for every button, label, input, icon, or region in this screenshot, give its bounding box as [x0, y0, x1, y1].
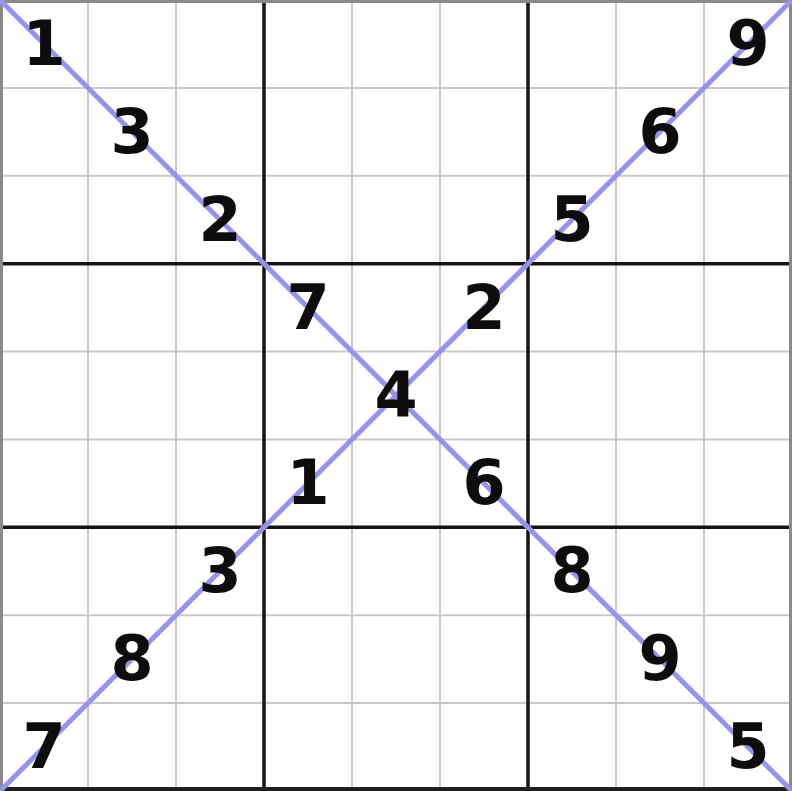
- cell-r4c4[interactable]: 7: [264, 264, 352, 352]
- cell-r5c9[interactable]: [704, 352, 792, 440]
- given-digit: 8: [110, 628, 153, 690]
- cell-r2c8[interactable]: 6: [616, 88, 704, 176]
- cell-r2c3[interactable]: [176, 88, 264, 176]
- cell-r8c4[interactable]: [264, 615, 352, 703]
- cell-r2c1[interactable]: [0, 88, 88, 176]
- cell-r2c7[interactable]: [528, 88, 616, 176]
- cell-r6c2[interactable]: [88, 439, 176, 527]
- cell-r1c8[interactable]: [616, 0, 704, 88]
- cell-r3c8[interactable]: [616, 176, 704, 264]
- cell-r8c8[interactable]: 9: [616, 615, 704, 703]
- cell-r1c4[interactable]: [264, 0, 352, 88]
- cell-r1c6[interactable]: [440, 0, 528, 88]
- cell-r2c9[interactable]: [704, 88, 792, 176]
- given-digit: 1: [286, 452, 329, 514]
- cell-r9c6[interactable]: [440, 703, 528, 791]
- cell-r7c8[interactable]: [616, 527, 704, 615]
- given-digit: 3: [110, 101, 153, 163]
- sudoku-grid: 19362572416388975: [0, 0, 792, 791]
- cell-r8c9[interactable]: [704, 615, 792, 703]
- cell-r2c5[interactable]: [352, 88, 440, 176]
- cell-r3c3[interactable]: 2: [176, 176, 264, 264]
- cell-r6c1[interactable]: [0, 439, 88, 527]
- given-digit: 1: [22, 13, 65, 75]
- cell-r9c2[interactable]: [88, 703, 176, 791]
- cell-r5c2[interactable]: [88, 352, 176, 440]
- cell-r1c9[interactable]: 9: [704, 0, 792, 88]
- cell-r3c4[interactable]: [264, 176, 352, 264]
- cell-r9c7[interactable]: [528, 703, 616, 791]
- sudoku-x-board: 19362572416388975: [0, 0, 792, 791]
- cell-r4c6[interactable]: 2: [440, 264, 528, 352]
- cell-r3c7[interactable]: 5: [528, 176, 616, 264]
- cell-r7c4[interactable]: [264, 527, 352, 615]
- cell-r9c8[interactable]: [616, 703, 704, 791]
- cell-r6c7[interactable]: [528, 439, 616, 527]
- given-digit: 4: [374, 364, 417, 426]
- cell-r1c2[interactable]: [88, 0, 176, 88]
- cell-r7c1[interactable]: [0, 527, 88, 615]
- cell-r2c6[interactable]: [440, 88, 528, 176]
- cell-r1c7[interactable]: [528, 0, 616, 88]
- cell-r7c7[interactable]: 8: [528, 527, 616, 615]
- cell-r6c4[interactable]: 1: [264, 439, 352, 527]
- cell-r5c1[interactable]: [0, 352, 88, 440]
- cell-r3c2[interactable]: [88, 176, 176, 264]
- cell-r7c6[interactable]: [440, 527, 528, 615]
- given-digit: 2: [198, 189, 241, 251]
- given-digit: 6: [638, 101, 681, 163]
- given-digit: 8: [550, 540, 593, 602]
- given-digit: 3: [198, 540, 241, 602]
- cell-r4c9[interactable]: [704, 264, 792, 352]
- cell-r4c2[interactable]: [88, 264, 176, 352]
- cell-r6c6[interactable]: 6: [440, 439, 528, 527]
- cell-r9c4[interactable]: [264, 703, 352, 791]
- cell-r4c8[interactable]: [616, 264, 704, 352]
- cell-r3c6[interactable]: [440, 176, 528, 264]
- cell-r8c3[interactable]: [176, 615, 264, 703]
- cell-r2c2[interactable]: 3: [88, 88, 176, 176]
- cell-r1c3[interactable]: [176, 0, 264, 88]
- cell-r5c5[interactable]: 4: [352, 352, 440, 440]
- given-digit: 5: [726, 716, 769, 778]
- cell-r6c5[interactable]: [352, 439, 440, 527]
- cell-r4c7[interactable]: [528, 264, 616, 352]
- given-digit: 9: [638, 628, 681, 690]
- cell-r1c1[interactable]: 1: [0, 0, 88, 88]
- cell-r7c2[interactable]: [88, 527, 176, 615]
- cell-r7c5[interactable]: [352, 527, 440, 615]
- cell-r5c8[interactable]: [616, 352, 704, 440]
- cell-r9c9[interactable]: 5: [704, 703, 792, 791]
- cell-r5c3[interactable]: [176, 352, 264, 440]
- cell-r8c5[interactable]: [352, 615, 440, 703]
- given-digit: 7: [22, 716, 65, 778]
- cell-r7c3[interactable]: 3: [176, 527, 264, 615]
- cell-r5c6[interactable]: [440, 352, 528, 440]
- cell-r6c9[interactable]: [704, 439, 792, 527]
- cell-r7c9[interactable]: [704, 527, 792, 615]
- cell-r5c4[interactable]: [264, 352, 352, 440]
- cell-r9c3[interactable]: [176, 703, 264, 791]
- cell-r2c4[interactable]: [264, 88, 352, 176]
- cell-r5c7[interactable]: [528, 352, 616, 440]
- given-digit: 9: [726, 13, 769, 75]
- cell-r3c9[interactable]: [704, 176, 792, 264]
- cell-r3c5[interactable]: [352, 176, 440, 264]
- cell-r8c2[interactable]: 8: [88, 615, 176, 703]
- cell-r4c3[interactable]: [176, 264, 264, 352]
- cell-r3c1[interactable]: [0, 176, 88, 264]
- cell-r4c1[interactable]: [0, 264, 88, 352]
- given-digit: 5: [550, 189, 593, 251]
- cell-r9c1[interactable]: 7: [0, 703, 88, 791]
- cell-r6c3[interactable]: [176, 439, 264, 527]
- cell-r6c8[interactable]: [616, 439, 704, 527]
- given-digit: 6: [462, 452, 505, 514]
- cell-r4c5[interactable]: [352, 264, 440, 352]
- given-digit: 2: [462, 277, 505, 339]
- cell-r1c5[interactable]: [352, 0, 440, 88]
- given-digit: 7: [286, 277, 329, 339]
- cell-r8c1[interactable]: [0, 615, 88, 703]
- cell-r9c5[interactable]: [352, 703, 440, 791]
- cell-r8c6[interactable]: [440, 615, 528, 703]
- cell-r8c7[interactable]: [528, 615, 616, 703]
